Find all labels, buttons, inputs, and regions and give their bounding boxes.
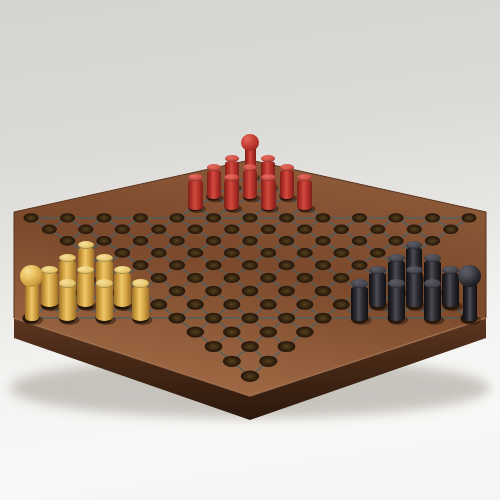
board-hole[interactable] <box>150 299 167 310</box>
board-hole[interactable] <box>96 236 111 246</box>
board-hole[interactable] <box>315 286 332 296</box>
board-hole[interactable] <box>205 286 222 296</box>
board-hole[interactable] <box>315 260 331 270</box>
board-hole[interactable] <box>97 213 112 222</box>
board-hole[interactable] <box>188 225 203 235</box>
board-hole[interactable] <box>206 213 221 222</box>
board-hole[interactable] <box>168 313 185 324</box>
board-hole[interactable] <box>132 286 149 296</box>
board-hole[interactable] <box>169 286 186 296</box>
board-hole[interactable] <box>223 299 240 310</box>
board-hole[interactable] <box>425 236 440 246</box>
board-hole[interactable] <box>115 225 130 235</box>
board-hole[interactable] <box>206 260 222 270</box>
board-hole[interactable] <box>133 236 148 246</box>
board-hole[interactable] <box>260 273 276 283</box>
board-hole[interactable] <box>169 236 184 246</box>
board-hole[interactable] <box>297 248 313 258</box>
board-hole[interactable] <box>352 260 368 270</box>
board-hole[interactable] <box>261 225 276 235</box>
board-hole[interactable] <box>205 313 222 324</box>
board-hole[interactable] <box>333 248 349 258</box>
board-hole[interactable] <box>406 248 422 258</box>
board-hole[interactable] <box>296 299 313 310</box>
board-hole[interactable] <box>78 225 93 235</box>
board-hole[interactable] <box>352 236 367 246</box>
board-hole[interactable] <box>223 356 241 367</box>
board-hole[interactable] <box>352 213 367 222</box>
board-hole[interactable] <box>260 248 276 258</box>
board-hole[interactable] <box>462 213 477 222</box>
board-svg <box>0 0 500 500</box>
board-hole[interactable] <box>296 327 314 338</box>
board-hole[interactable] <box>407 225 422 235</box>
board-hole[interactable] <box>278 341 296 352</box>
board-hole[interactable] <box>388 236 403 246</box>
board-hole[interactable] <box>224 225 239 235</box>
board-hole[interactable] <box>278 286 295 296</box>
board-hole[interactable] <box>443 225 458 235</box>
board-hole[interactable] <box>187 327 205 338</box>
board-hole[interactable] <box>187 273 203 283</box>
board-hole[interactable] <box>151 273 167 283</box>
board-hole[interactable] <box>187 248 203 258</box>
board-hole[interactable] <box>223 327 241 338</box>
board-hole[interactable] <box>224 248 240 258</box>
board-hole[interactable] <box>279 213 294 222</box>
board-hole[interactable] <box>259 356 277 367</box>
photo-scene <box>0 0 500 500</box>
board-hole[interactable] <box>96 260 112 270</box>
board-hole[interactable] <box>42 225 57 235</box>
board-hole[interactable] <box>224 273 240 283</box>
board-hole[interactable] <box>279 236 294 246</box>
board-hole[interactable] <box>297 273 313 283</box>
board-hole[interactable] <box>351 286 368 296</box>
board-hole[interactable] <box>297 225 312 235</box>
board-hole[interactable] <box>24 213 39 222</box>
board-hole[interactable] <box>370 248 386 258</box>
board-hole[interactable] <box>370 225 385 235</box>
board-hole[interactable] <box>114 248 130 258</box>
board-hole[interactable] <box>243 213 258 222</box>
board-hole[interactable] <box>314 313 331 324</box>
board-hole[interactable] <box>370 273 386 283</box>
board-hole[interactable] <box>78 248 94 258</box>
board-hole[interactable] <box>187 299 204 310</box>
board-hole[interactable] <box>206 236 221 246</box>
board-hole[interactable] <box>260 327 278 338</box>
board-hole[interactable] <box>278 313 295 324</box>
board-hole[interactable] <box>241 371 259 382</box>
board-hole[interactable] <box>260 299 277 310</box>
board-hole[interactable] <box>133 213 148 222</box>
board-hole[interactable] <box>333 299 350 310</box>
board-hole[interactable] <box>114 273 130 283</box>
board-hole[interactable] <box>241 341 259 352</box>
board-hole[interactable] <box>60 236 75 246</box>
board-hole[interactable] <box>425 213 440 222</box>
board-hole[interactable] <box>169 260 185 270</box>
board-hole[interactable] <box>279 260 295 270</box>
board-hole[interactable] <box>334 225 349 235</box>
board-hole[interactable] <box>151 225 166 235</box>
board-hole[interactable] <box>241 313 258 324</box>
board-hole[interactable] <box>242 236 257 246</box>
board-hole[interactable] <box>242 260 258 270</box>
board-hole[interactable] <box>316 213 331 222</box>
board-hole[interactable] <box>205 341 223 352</box>
board-hole[interactable] <box>242 286 259 296</box>
board-hole[interactable] <box>315 236 330 246</box>
board-hole[interactable] <box>389 213 404 222</box>
board-hole[interactable] <box>60 213 75 222</box>
board-hole[interactable] <box>151 248 167 258</box>
board-hole[interactable] <box>170 213 185 222</box>
board-hole[interactable] <box>388 260 404 270</box>
board-hole[interactable] <box>333 273 349 283</box>
board-hole[interactable] <box>133 260 149 270</box>
